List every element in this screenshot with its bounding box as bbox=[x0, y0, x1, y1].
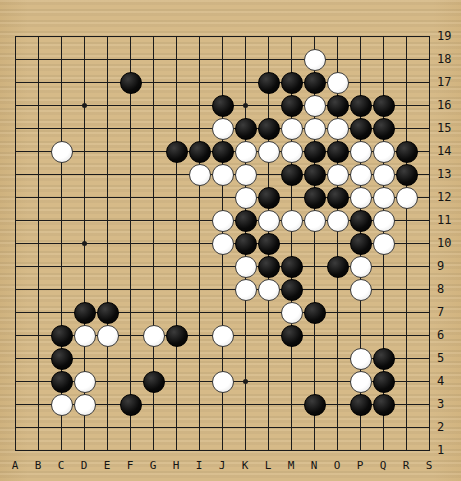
intersection-A15[interactable] bbox=[4, 117, 27, 140]
intersection-J12[interactable] bbox=[211, 186, 234, 209]
intersection-Q4[interactable] bbox=[372, 370, 395, 393]
intersection-O7[interactable] bbox=[326, 301, 349, 324]
intersection-R11[interactable] bbox=[395, 209, 418, 232]
intersection-J5[interactable] bbox=[211, 347, 234, 370]
intersection-M16[interactable] bbox=[280, 94, 303, 117]
intersection-J15[interactable] bbox=[211, 117, 234, 140]
intersection-R13[interactable] bbox=[395, 163, 418, 186]
intersection-Q17[interactable] bbox=[372, 71, 395, 94]
intersection-E2[interactable] bbox=[96, 416, 119, 439]
intersection-R12[interactable] bbox=[395, 186, 418, 209]
intersection-P10[interactable] bbox=[349, 232, 372, 255]
intersection-C12[interactable] bbox=[50, 186, 73, 209]
intersection-L15[interactable] bbox=[257, 117, 280, 140]
intersection-D13[interactable] bbox=[73, 163, 96, 186]
intersection-K17[interactable] bbox=[234, 71, 257, 94]
intersection-E4[interactable] bbox=[96, 370, 119, 393]
intersection-O6[interactable] bbox=[326, 324, 349, 347]
intersection-K6[interactable] bbox=[234, 324, 257, 347]
intersection-N18[interactable] bbox=[303, 48, 326, 71]
intersection-J10[interactable] bbox=[211, 232, 234, 255]
intersection-E13[interactable] bbox=[96, 163, 119, 186]
intersection-I9[interactable] bbox=[188, 255, 211, 278]
intersection-N16[interactable] bbox=[303, 94, 326, 117]
intersection-C13[interactable] bbox=[50, 163, 73, 186]
intersection-D12[interactable] bbox=[73, 186, 96, 209]
intersection-L14[interactable] bbox=[257, 140, 280, 163]
intersection-A10[interactable] bbox=[4, 232, 27, 255]
intersection-G4[interactable] bbox=[142, 370, 165, 393]
intersection-N17[interactable] bbox=[303, 71, 326, 94]
intersection-H2[interactable] bbox=[165, 416, 188, 439]
intersection-I15[interactable] bbox=[188, 117, 211, 140]
intersection-J4[interactable] bbox=[211, 370, 234, 393]
intersection-G2[interactable] bbox=[142, 416, 165, 439]
intersection-K10[interactable] bbox=[234, 232, 257, 255]
intersection-N3[interactable] bbox=[303, 393, 326, 416]
intersection-P19[interactable] bbox=[349, 25, 372, 48]
intersection-C18[interactable] bbox=[50, 48, 73, 71]
intersection-B6[interactable] bbox=[27, 324, 50, 347]
intersection-J19[interactable] bbox=[211, 25, 234, 48]
intersection-C17[interactable] bbox=[50, 71, 73, 94]
intersection-P15[interactable] bbox=[349, 117, 372, 140]
intersection-N2[interactable] bbox=[303, 416, 326, 439]
intersection-A19[interactable] bbox=[4, 25, 27, 48]
intersection-M2[interactable] bbox=[280, 416, 303, 439]
intersection-E16[interactable] bbox=[96, 94, 119, 117]
intersection-E10[interactable] bbox=[96, 232, 119, 255]
intersection-R7[interactable] bbox=[395, 301, 418, 324]
intersection-O4[interactable] bbox=[326, 370, 349, 393]
intersection-B2[interactable] bbox=[27, 416, 50, 439]
intersection-H8[interactable] bbox=[165, 278, 188, 301]
intersection-D14[interactable] bbox=[73, 140, 96, 163]
intersection-C9[interactable] bbox=[50, 255, 73, 278]
intersection-L9[interactable] bbox=[257, 255, 280, 278]
intersection-O9[interactable] bbox=[326, 255, 349, 278]
intersection-M8[interactable] bbox=[280, 278, 303, 301]
intersection-Q15[interactable] bbox=[372, 117, 395, 140]
intersection-M4[interactable] bbox=[280, 370, 303, 393]
intersection-J2[interactable] bbox=[211, 416, 234, 439]
intersection-E14[interactable] bbox=[96, 140, 119, 163]
intersection-L13[interactable] bbox=[257, 163, 280, 186]
intersection-D2[interactable] bbox=[73, 416, 96, 439]
intersection-I13[interactable] bbox=[188, 163, 211, 186]
intersection-K13[interactable] bbox=[234, 163, 257, 186]
intersection-H17[interactable] bbox=[165, 71, 188, 94]
intersection-A8[interactable] bbox=[4, 278, 27, 301]
intersection-B14[interactable] bbox=[27, 140, 50, 163]
intersection-P11[interactable] bbox=[349, 209, 372, 232]
intersection-F5[interactable] bbox=[119, 347, 142, 370]
intersection-Q6[interactable] bbox=[372, 324, 395, 347]
intersection-O2[interactable] bbox=[326, 416, 349, 439]
intersection-H3[interactable] bbox=[165, 393, 188, 416]
intersection-B17[interactable] bbox=[27, 71, 50, 94]
intersection-Q19[interactable] bbox=[372, 25, 395, 48]
intersection-N10[interactable] bbox=[303, 232, 326, 255]
intersection-B11[interactable] bbox=[27, 209, 50, 232]
intersection-L3[interactable] bbox=[257, 393, 280, 416]
intersection-C14[interactable] bbox=[50, 140, 73, 163]
intersection-O11[interactable] bbox=[326, 209, 349, 232]
intersection-N6[interactable] bbox=[303, 324, 326, 347]
intersection-F7[interactable] bbox=[119, 301, 142, 324]
intersection-D5[interactable] bbox=[73, 347, 96, 370]
intersection-F19[interactable] bbox=[119, 25, 142, 48]
intersection-J18[interactable] bbox=[211, 48, 234, 71]
intersection-L17[interactable] bbox=[257, 71, 280, 94]
intersection-H4[interactable] bbox=[165, 370, 188, 393]
intersection-Q9[interactable] bbox=[372, 255, 395, 278]
intersection-H12[interactable] bbox=[165, 186, 188, 209]
intersection-G5[interactable] bbox=[142, 347, 165, 370]
intersection-E15[interactable] bbox=[96, 117, 119, 140]
intersection-C3[interactable] bbox=[50, 393, 73, 416]
intersection-L8[interactable] bbox=[257, 278, 280, 301]
intersection-D6[interactable] bbox=[73, 324, 96, 347]
intersection-R10[interactable] bbox=[395, 232, 418, 255]
intersection-D19[interactable] bbox=[73, 25, 96, 48]
intersection-J6[interactable] bbox=[211, 324, 234, 347]
intersection-I19[interactable] bbox=[188, 25, 211, 48]
intersection-K19[interactable] bbox=[234, 25, 257, 48]
intersection-E17[interactable] bbox=[96, 71, 119, 94]
intersection-Q8[interactable] bbox=[372, 278, 395, 301]
intersection-L4[interactable] bbox=[257, 370, 280, 393]
intersection-P18[interactable] bbox=[349, 48, 372, 71]
intersection-I17[interactable] bbox=[188, 71, 211, 94]
intersection-Q5[interactable] bbox=[372, 347, 395, 370]
intersection-K5[interactable] bbox=[234, 347, 257, 370]
intersection-M13[interactable] bbox=[280, 163, 303, 186]
go-board[interactable] bbox=[4, 25, 441, 462]
intersection-C16[interactable] bbox=[50, 94, 73, 117]
intersection-R19[interactable] bbox=[395, 25, 418, 48]
intersection-B10[interactable] bbox=[27, 232, 50, 255]
intersection-G9[interactable] bbox=[142, 255, 165, 278]
intersection-A18[interactable] bbox=[4, 48, 27, 71]
intersection-K15[interactable] bbox=[234, 117, 257, 140]
intersection-I18[interactable] bbox=[188, 48, 211, 71]
intersection-C15[interactable] bbox=[50, 117, 73, 140]
intersection-J9[interactable] bbox=[211, 255, 234, 278]
intersection-E6[interactable] bbox=[96, 324, 119, 347]
intersection-N19[interactable] bbox=[303, 25, 326, 48]
intersection-P4[interactable] bbox=[349, 370, 372, 393]
intersection-N9[interactable] bbox=[303, 255, 326, 278]
intersection-F9[interactable] bbox=[119, 255, 142, 278]
intersection-Q18[interactable] bbox=[372, 48, 395, 71]
intersection-J11[interactable] bbox=[211, 209, 234, 232]
intersection-J13[interactable] bbox=[211, 163, 234, 186]
intersection-R8[interactable] bbox=[395, 278, 418, 301]
intersection-F3[interactable] bbox=[119, 393, 142, 416]
intersection-N14[interactable] bbox=[303, 140, 326, 163]
intersection-B7[interactable] bbox=[27, 301, 50, 324]
intersection-G18[interactable] bbox=[142, 48, 165, 71]
intersection-G19[interactable] bbox=[142, 25, 165, 48]
intersection-F16[interactable] bbox=[119, 94, 142, 117]
intersection-Q11[interactable] bbox=[372, 209, 395, 232]
intersection-I2[interactable] bbox=[188, 416, 211, 439]
intersection-B16[interactable] bbox=[27, 94, 50, 117]
intersection-F15[interactable] bbox=[119, 117, 142, 140]
intersection-R15[interactable] bbox=[395, 117, 418, 140]
intersection-I14[interactable] bbox=[188, 140, 211, 163]
intersection-Q7[interactable] bbox=[372, 301, 395, 324]
intersection-J3[interactable] bbox=[211, 393, 234, 416]
intersection-A4[interactable] bbox=[4, 370, 27, 393]
intersection-J16[interactable] bbox=[211, 94, 234, 117]
intersection-N11[interactable] bbox=[303, 209, 326, 232]
intersection-I11[interactable] bbox=[188, 209, 211, 232]
intersection-F17[interactable] bbox=[119, 71, 142, 94]
intersection-F6[interactable] bbox=[119, 324, 142, 347]
intersection-A5[interactable] bbox=[4, 347, 27, 370]
intersection-F8[interactable] bbox=[119, 278, 142, 301]
intersection-K12[interactable] bbox=[234, 186, 257, 209]
intersection-D9[interactable] bbox=[73, 255, 96, 278]
intersection-G11[interactable] bbox=[142, 209, 165, 232]
intersection-Q12[interactable] bbox=[372, 186, 395, 209]
intersection-M10[interactable] bbox=[280, 232, 303, 255]
intersection-P16[interactable] bbox=[349, 94, 372, 117]
intersection-G10[interactable] bbox=[142, 232, 165, 255]
intersection-M12[interactable] bbox=[280, 186, 303, 209]
intersection-J17[interactable] bbox=[211, 71, 234, 94]
intersection-H18[interactable] bbox=[165, 48, 188, 71]
intersection-J7[interactable] bbox=[211, 301, 234, 324]
intersection-N4[interactable] bbox=[303, 370, 326, 393]
intersection-G7[interactable] bbox=[142, 301, 165, 324]
intersection-A9[interactable] bbox=[4, 255, 27, 278]
intersection-L12[interactable] bbox=[257, 186, 280, 209]
intersection-G16[interactable] bbox=[142, 94, 165, 117]
intersection-N15[interactable] bbox=[303, 117, 326, 140]
intersection-O16[interactable] bbox=[326, 94, 349, 117]
intersection-L7[interactable] bbox=[257, 301, 280, 324]
intersection-E18[interactable] bbox=[96, 48, 119, 71]
intersection-L2[interactable] bbox=[257, 416, 280, 439]
intersection-K9[interactable] bbox=[234, 255, 257, 278]
intersection-H6[interactable] bbox=[165, 324, 188, 347]
intersection-P12[interactable] bbox=[349, 186, 372, 209]
intersection-E5[interactable] bbox=[96, 347, 119, 370]
intersection-A11[interactable] bbox=[4, 209, 27, 232]
intersection-C4[interactable] bbox=[50, 370, 73, 393]
intersection-B9[interactable] bbox=[27, 255, 50, 278]
intersection-A12[interactable] bbox=[4, 186, 27, 209]
intersection-A7[interactable] bbox=[4, 301, 27, 324]
intersection-H13[interactable] bbox=[165, 163, 188, 186]
intersection-B4[interactable] bbox=[27, 370, 50, 393]
intersection-O13[interactable] bbox=[326, 163, 349, 186]
intersection-M7[interactable] bbox=[280, 301, 303, 324]
intersection-H10[interactable] bbox=[165, 232, 188, 255]
intersection-M17[interactable] bbox=[280, 71, 303, 94]
intersection-Q3[interactable] bbox=[372, 393, 395, 416]
intersection-N13[interactable] bbox=[303, 163, 326, 186]
intersection-H9[interactable] bbox=[165, 255, 188, 278]
intersection-D7[interactable] bbox=[73, 301, 96, 324]
intersection-G6[interactable] bbox=[142, 324, 165, 347]
intersection-F12[interactable] bbox=[119, 186, 142, 209]
intersection-I4[interactable] bbox=[188, 370, 211, 393]
intersection-L11[interactable] bbox=[257, 209, 280, 232]
intersection-M11[interactable] bbox=[280, 209, 303, 232]
intersection-I12[interactable] bbox=[188, 186, 211, 209]
intersection-O5[interactable] bbox=[326, 347, 349, 370]
intersection-L5[interactable] bbox=[257, 347, 280, 370]
intersection-O3[interactable] bbox=[326, 393, 349, 416]
intersection-C6[interactable] bbox=[50, 324, 73, 347]
intersection-F14[interactable] bbox=[119, 140, 142, 163]
intersection-O17[interactable] bbox=[326, 71, 349, 94]
intersection-R9[interactable] bbox=[395, 255, 418, 278]
intersection-L19[interactable] bbox=[257, 25, 280, 48]
intersection-E19[interactable] bbox=[96, 25, 119, 48]
intersection-Q14[interactable] bbox=[372, 140, 395, 163]
intersection-M15[interactable] bbox=[280, 117, 303, 140]
intersection-M3[interactable] bbox=[280, 393, 303, 416]
intersection-R4[interactable] bbox=[395, 370, 418, 393]
intersection-K4[interactable] bbox=[234, 370, 257, 393]
intersection-P13[interactable] bbox=[349, 163, 372, 186]
intersection-E11[interactable] bbox=[96, 209, 119, 232]
intersection-A16[interactable] bbox=[4, 94, 27, 117]
intersection-M6[interactable] bbox=[280, 324, 303, 347]
intersection-F13[interactable] bbox=[119, 163, 142, 186]
intersection-Q13[interactable] bbox=[372, 163, 395, 186]
intersection-G14[interactable] bbox=[142, 140, 165, 163]
intersection-R5[interactable] bbox=[395, 347, 418, 370]
intersection-F2[interactable] bbox=[119, 416, 142, 439]
intersection-P17[interactable] bbox=[349, 71, 372, 94]
intersection-P8[interactable] bbox=[349, 278, 372, 301]
intersection-E9[interactable] bbox=[96, 255, 119, 278]
intersection-C5[interactable] bbox=[50, 347, 73, 370]
intersection-K16[interactable] bbox=[234, 94, 257, 117]
intersection-M18[interactable] bbox=[280, 48, 303, 71]
intersection-K2[interactable] bbox=[234, 416, 257, 439]
intersection-O12[interactable] bbox=[326, 186, 349, 209]
intersection-D4[interactable] bbox=[73, 370, 96, 393]
intersection-E8[interactable] bbox=[96, 278, 119, 301]
intersection-F18[interactable] bbox=[119, 48, 142, 71]
intersection-Q2[interactable] bbox=[372, 416, 395, 439]
intersection-K11[interactable] bbox=[234, 209, 257, 232]
intersection-I6[interactable] bbox=[188, 324, 211, 347]
intersection-B15[interactable] bbox=[27, 117, 50, 140]
intersection-G15[interactable] bbox=[142, 117, 165, 140]
intersection-I7[interactable] bbox=[188, 301, 211, 324]
intersection-N5[interactable] bbox=[303, 347, 326, 370]
intersection-A2[interactable] bbox=[4, 416, 27, 439]
intersection-O15[interactable] bbox=[326, 117, 349, 140]
intersection-P7[interactable] bbox=[349, 301, 372, 324]
intersection-K3[interactable] bbox=[234, 393, 257, 416]
intersection-F11[interactable] bbox=[119, 209, 142, 232]
intersection-E12[interactable] bbox=[96, 186, 119, 209]
intersection-C11[interactable] bbox=[50, 209, 73, 232]
intersection-M14[interactable] bbox=[280, 140, 303, 163]
intersection-D11[interactable] bbox=[73, 209, 96, 232]
intersection-D17[interactable] bbox=[73, 71, 96, 94]
intersection-L16[interactable] bbox=[257, 94, 280, 117]
intersection-A6[interactable] bbox=[4, 324, 27, 347]
intersection-Q10[interactable] bbox=[372, 232, 395, 255]
intersection-N8[interactable] bbox=[303, 278, 326, 301]
intersection-A14[interactable] bbox=[4, 140, 27, 163]
intersection-B18[interactable] bbox=[27, 48, 50, 71]
intersection-R2[interactable] bbox=[395, 416, 418, 439]
intersection-G3[interactable] bbox=[142, 393, 165, 416]
intersection-G8[interactable] bbox=[142, 278, 165, 301]
intersection-O10[interactable] bbox=[326, 232, 349, 255]
intersection-E3[interactable] bbox=[96, 393, 119, 416]
intersection-D15[interactable] bbox=[73, 117, 96, 140]
intersection-J8[interactable] bbox=[211, 278, 234, 301]
intersection-M5[interactable] bbox=[280, 347, 303, 370]
intersection-P9[interactable] bbox=[349, 255, 372, 278]
intersection-B3[interactable] bbox=[27, 393, 50, 416]
intersection-N12[interactable] bbox=[303, 186, 326, 209]
intersection-R3[interactable] bbox=[395, 393, 418, 416]
intersection-H5[interactable] bbox=[165, 347, 188, 370]
intersection-I8[interactable] bbox=[188, 278, 211, 301]
intersection-P14[interactable] bbox=[349, 140, 372, 163]
intersection-K8[interactable] bbox=[234, 278, 257, 301]
intersection-A13[interactable] bbox=[4, 163, 27, 186]
intersection-J14[interactable] bbox=[211, 140, 234, 163]
intersection-O8[interactable] bbox=[326, 278, 349, 301]
intersection-I10[interactable] bbox=[188, 232, 211, 255]
intersection-R6[interactable] bbox=[395, 324, 418, 347]
intersection-C19[interactable] bbox=[50, 25, 73, 48]
intersection-B5[interactable] bbox=[27, 347, 50, 370]
intersection-P3[interactable] bbox=[349, 393, 372, 416]
intersection-K14[interactable] bbox=[234, 140, 257, 163]
intersection-H7[interactable] bbox=[165, 301, 188, 324]
intersection-M19[interactable] bbox=[280, 25, 303, 48]
intersection-B8[interactable] bbox=[27, 278, 50, 301]
intersection-O14[interactable] bbox=[326, 140, 349, 163]
intersection-G17[interactable] bbox=[142, 71, 165, 94]
intersection-H16[interactable] bbox=[165, 94, 188, 117]
intersection-H15[interactable] bbox=[165, 117, 188, 140]
intersection-C10[interactable] bbox=[50, 232, 73, 255]
intersection-Q16[interactable] bbox=[372, 94, 395, 117]
intersection-F10[interactable] bbox=[119, 232, 142, 255]
intersection-R16[interactable] bbox=[395, 94, 418, 117]
intersection-B19[interactable] bbox=[27, 25, 50, 48]
intersection-G13[interactable] bbox=[142, 163, 165, 186]
intersection-H19[interactable] bbox=[165, 25, 188, 48]
intersection-N7[interactable] bbox=[303, 301, 326, 324]
intersection-A3[interactable] bbox=[4, 393, 27, 416]
intersection-K18[interactable] bbox=[234, 48, 257, 71]
intersection-C7[interactable] bbox=[50, 301, 73, 324]
intersection-D10[interactable] bbox=[73, 232, 96, 255]
intersection-P5[interactable] bbox=[349, 347, 372, 370]
intersection-D8[interactable] bbox=[73, 278, 96, 301]
intersection-P2[interactable] bbox=[349, 416, 372, 439]
intersection-K7[interactable] bbox=[234, 301, 257, 324]
intersection-D3[interactable] bbox=[73, 393, 96, 416]
